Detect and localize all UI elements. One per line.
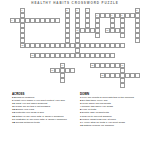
- clue-number: 18: [101, 74, 103, 76]
- clue-number: 13: [31, 54, 33, 56]
- clue-item: 18 Cleans between teeth: [12, 122, 76, 125]
- clue-number: 4: [86, 9, 87, 11]
- grid-cell[interactable]: [55, 18, 60, 23]
- down-clue-list: 1 Feel like mouth is lined with this in …: [80, 97, 146, 128]
- grid-cell[interactable]: [60, 78, 65, 83]
- across-clue-list: 6 Builds up muscles9 What you'll suffer …: [12, 97, 76, 125]
- clue-number: 11: [106, 29, 108, 31]
- down-clues: DOWN 1 Feel like mouth is lined with thi…: [80, 93, 146, 128]
- clue-number: 6: [96, 14, 97, 16]
- clue-number: 3: [76, 9, 77, 11]
- clue-item: 16 Natural remedy for sunburn: [80, 125, 146, 128]
- clue-number: 7: [111, 14, 112, 16]
- clue-number: 16: [121, 64, 123, 66]
- clue-number: 14: [61, 64, 63, 66]
- grid-cell[interactable]: [95, 33, 100, 38]
- clue-number: 8: [121, 14, 122, 16]
- empty-space: [135, 83, 140, 88]
- across-clues: ACROSS 6 Builds up muscles9 What you'll …: [12, 93, 76, 125]
- grid-cell[interactable]: [135, 73, 140, 78]
- grid-cell[interactable]: [110, 53, 115, 58]
- clue-number: 15: [91, 64, 93, 66]
- grid-cell[interactable]: [135, 38, 140, 43]
- clue-number: 1: [21, 9, 22, 11]
- crossword-grid: 123456789101112131415161718: [10, 8, 140, 88]
- clue-number: 17: [51, 69, 53, 71]
- crossword-page: HEALTHY HABITS CROSSWORD PUZZLE 12345678…: [0, 0, 150, 150]
- grid-cell[interactable]: [120, 43, 125, 48]
- clue-number: 5: [136, 9, 137, 11]
- grid-cell[interactable]: [70, 68, 75, 73]
- grid-cell[interactable]: [120, 83, 125, 88]
- clue-number: 2: [66, 9, 67, 11]
- clue-number: 12: [21, 44, 23, 46]
- grid-cell[interactable]: [120, 33, 125, 38]
- clue-number: 9: [11, 19, 12, 21]
- clue-number: 10: [76, 29, 78, 31]
- puzzle-title: HEALTHY HABITS CROSSWORD PUZZLE: [0, 1, 150, 5]
